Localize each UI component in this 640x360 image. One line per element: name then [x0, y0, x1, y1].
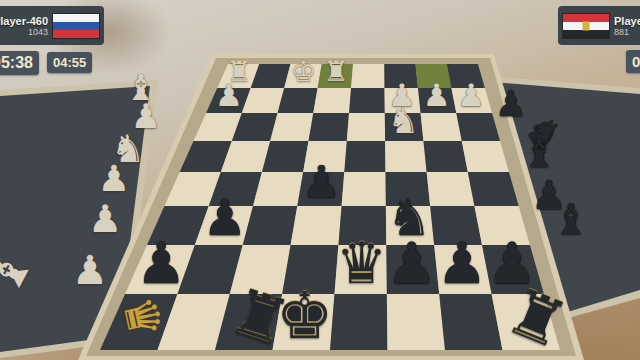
- square-f3[interactable]: [270, 113, 313, 141]
- piece-white-pawn: ♟: [88, 200, 122, 238]
- egypt-flag-icon: [562, 13, 610, 39]
- square-d4[interactable]: [344, 141, 385, 172]
- square-f2[interactable]: [278, 88, 318, 113]
- square-e2[interactable]: [313, 88, 351, 113]
- russia-flag-icon: [52, 13, 100, 39]
- square-d3[interactable]: [347, 113, 385, 141]
- square-c8[interactable]: [387, 294, 445, 350]
- square-c4[interactable]: [385, 141, 427, 172]
- piece-white-king-f1[interactable]: ♚: [291, 58, 316, 86]
- player-left-name: Player-460: [0, 15, 48, 27]
- player-left-rating: 1043: [28, 27, 48, 37]
- square-d2[interactable]: [349, 88, 385, 113]
- piece-white-pawn-h2[interactable]: ♟: [215, 80, 243, 111]
- piece-black-pawn-e5[interactable]: ♟: [302, 160, 341, 204]
- piece-black-queen-d7[interactable]: ♛: [336, 235, 387, 292]
- piece-black-pawn-g6[interactable]: ♟: [202, 193, 247, 243]
- piece-white-pawn-b2[interactable]: ♟: [423, 80, 451, 111]
- piece-black-pawn: ♟: [495, 86, 527, 122]
- square-b3[interactable]: [421, 113, 462, 141]
- game-screen: ♜♚♜♟♟♟♟♞♟♟♞♛♟♟♟♟♚♜♜♝♟♞♟♟♝♟♛♟♞♝♟♝ Player-…: [0, 0, 640, 360]
- player-panel-right: Player 881: [558, 6, 640, 45]
- piece-black-bishop: ♝: [552, 199, 590, 241]
- piece-white-pawn-a2[interactable]: ♟: [457, 80, 485, 111]
- square-d8[interactable]: [330, 294, 388, 350]
- egypt-eagle-emblem: [583, 21, 590, 30]
- square-d5[interactable]: [342, 172, 386, 206]
- timer-left-main: 05:38: [0, 51, 39, 75]
- piece-white-pawn: ♟: [72, 250, 108, 290]
- piece-black-pawn-b7[interactable]: ♟: [436, 235, 487, 292]
- square-e3[interactable]: [308, 113, 349, 141]
- piece-black-pawn-h7[interactable]: ♟: [136, 235, 187, 292]
- player-right-name: Player: [614, 15, 640, 27]
- square-b4[interactable]: [423, 141, 467, 172]
- square-b8[interactable]: [439, 294, 502, 350]
- piece-black-pawn-c7[interactable]: ♟: [386, 235, 437, 292]
- piece-white-knight-c3[interactable]: ♞: [388, 104, 419, 139]
- player-right-rating: 881: [614, 27, 629, 37]
- square-d1[interactable]: [351, 64, 384, 88]
- player-panel-left: Player-460 1043: [0, 6, 104, 45]
- square-b5[interactable]: [427, 172, 475, 206]
- piece-white-pawn: ♟: [98, 161, 130, 197]
- timer-left-secondary: 04:55: [47, 52, 92, 73]
- piece-black-bishop: ♝: [521, 133, 557, 173]
- square-e6[interactable]: [291, 206, 342, 245]
- piece-white-rook-e1[interactable]: ♜: [323, 58, 348, 86]
- timer-right: 0: [626, 50, 640, 73]
